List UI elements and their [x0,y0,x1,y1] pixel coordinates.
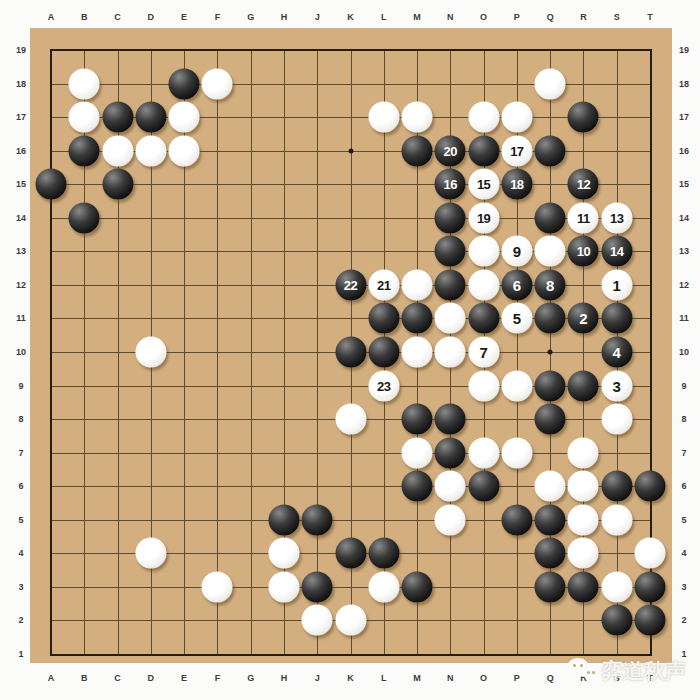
black-stone-N15: 16 [435,169,466,200]
star-point-Q10 [548,350,553,355]
coord-top-M: M [413,12,421,22]
coord-left-5: 5 [18,515,23,525]
move-number-22: 22 [344,278,357,291]
black-stone-E18 [169,68,200,99]
white-stone-K2 [335,605,366,636]
white-stone-L9: 23 [368,370,399,401]
white-stone-N11 [435,303,466,334]
coord-top-T: T [647,12,653,22]
coord-top-P: P [514,12,520,22]
coord-bottom-H: H [281,673,288,683]
wechat-logo-icon [566,654,600,688]
coord-bottom-M: M [413,673,421,683]
white-stone-O17 [468,102,499,133]
white-stone-D16 [135,135,166,166]
white-stone-O12 [468,269,499,300]
white-stone-L3 [368,571,399,602]
coord-top-N: N [447,12,454,22]
white-stone-O13 [468,236,499,267]
white-stone-S8 [601,404,632,435]
coord-bottom-J: J [315,673,320,683]
black-stone-R3 [568,571,599,602]
white-stone-S5 [601,504,632,535]
white-stone-R4 [568,538,599,569]
coord-right-4: 4 [681,548,686,558]
coord-bottom-A: A [48,673,55,683]
coord-right-7: 7 [681,448,686,458]
white-stone-P13: 9 [501,236,532,267]
white-stone-O7 [468,437,499,468]
coord-top-S: S [614,12,620,22]
black-stone-A15 [36,169,67,200]
black-stone-P5 [501,504,532,535]
coord-bottom-C: C [114,673,121,683]
white-stone-N5 [435,504,466,535]
white-stone-Q6 [535,471,566,502]
coord-bottom-N: N [447,673,454,683]
coord-top-J: J [315,12,320,22]
white-stone-J2 [302,605,333,636]
white-stone-Q18 [535,68,566,99]
coord-bottom-L: L [381,673,387,683]
white-stone-M12 [402,269,433,300]
black-stone-T6 [635,471,666,502]
black-stone-K10 [335,337,366,368]
black-stone-N12 [435,269,466,300]
move-number-23: 23 [377,379,390,392]
black-stone-L10 [368,337,399,368]
black-stone-R9 [568,370,599,401]
move-number-15: 15 [477,178,490,191]
coord-left-7: 7 [18,448,23,458]
coord-top-G: G [247,12,254,22]
coord-bottom-P: P [514,673,520,683]
move-number-7: 7 [479,345,487,360]
white-stone-S3 [601,571,632,602]
coord-left-6: 6 [18,481,23,491]
coord-right-16: 16 [679,146,689,156]
black-stone-H5 [268,504,299,535]
white-stone-N10 [435,337,466,368]
coord-left-4: 4 [18,548,23,558]
move-number-2: 2 [579,311,587,326]
coord-left-2: 2 [18,615,23,625]
white-stone-P7 [501,437,532,468]
coord-bottom-K: K [347,673,354,683]
coord-left-12: 12 [16,280,26,290]
black-stone-J3 [302,571,333,602]
coord-right-19: 19 [679,45,689,55]
coord-top-D: D [148,12,155,22]
white-stone-F18 [202,68,233,99]
watermark: 弈道秋声 [566,650,700,692]
white-stone-B18 [69,68,100,99]
coord-bottom-Q: Q [547,673,554,683]
black-stone-R15: 12 [568,169,599,200]
black-stone-M6 [402,471,433,502]
coord-left-19: 19 [16,45,26,55]
black-stone-Q9 [535,370,566,401]
coord-right-6: 6 [681,481,686,491]
coord-top-O: O [480,12,487,22]
white-stone-M7 [402,437,433,468]
move-number-11: 11 [577,211,590,224]
black-stone-N8 [435,404,466,435]
coord-right-17: 17 [679,112,689,122]
coord-right-11: 11 [679,313,689,323]
coord-left-3: 3 [18,582,23,592]
black-stone-J5 [302,504,333,535]
coord-right-10: 10 [679,347,689,357]
white-stone-Q13 [535,236,566,267]
coord-right-12: 12 [679,280,689,290]
coord-top-B: B [81,12,88,22]
black-stone-N16: 20 [435,135,466,166]
black-stone-Q3 [535,571,566,602]
coord-bottom-O: O [480,673,487,683]
white-stone-R6 [568,471,599,502]
coord-left-14: 14 [16,213,26,223]
coord-left-13: 13 [16,246,26,256]
coord-right-15: 15 [679,179,689,189]
coord-right-9: 9 [681,381,686,391]
coord-left-18: 18 [16,79,26,89]
coord-top-H: H [281,12,288,22]
coord-right-14: 14 [679,213,689,223]
black-stone-P15: 18 [501,169,532,200]
move-number-21: 21 [377,278,390,291]
coord-left-9: 9 [18,381,23,391]
white-stone-R7 [568,437,599,468]
move-number-16: 16 [444,178,457,191]
black-stone-O6 [468,471,499,502]
black-stone-L11 [368,303,399,334]
star-point-K16 [348,148,353,153]
black-stone-M11 [402,303,433,334]
coord-left-10: 10 [16,347,26,357]
white-stone-E17 [169,102,200,133]
black-stone-N13 [435,236,466,267]
black-stone-R13: 10 [568,236,599,267]
move-number-1: 1 [613,277,621,292]
black-stone-Q8 [535,404,566,435]
white-stone-L12: 21 [368,269,399,300]
coord-right-5: 5 [681,515,686,525]
black-stone-Q14 [535,202,566,233]
move-number-19: 19 [477,211,490,224]
coord-left-17: 17 [16,112,26,122]
white-stone-P17 [501,102,532,133]
black-stone-M16 [402,135,433,166]
black-stone-S2 [601,605,632,636]
white-stone-H3 [268,571,299,602]
white-stone-O10: 7 [468,337,499,368]
coord-right-3: 3 [681,582,686,592]
white-stone-M10 [402,337,433,368]
black-stone-Q5 [535,504,566,535]
move-number-14: 14 [610,245,623,258]
black-stone-T2 [635,605,666,636]
black-stone-S13: 14 [601,236,632,267]
move-number-20: 20 [444,144,457,157]
white-stone-K8 [335,404,366,435]
black-stone-Q11 [535,303,566,334]
black-stone-K4 [335,538,366,569]
white-stone-N6 [435,471,466,502]
black-stone-O11 [468,303,499,334]
move-number-6: 6 [513,277,521,292]
move-number-12: 12 [577,178,590,191]
coord-bottom-B: B [81,673,88,683]
watermark-text: 弈道秋声 [602,657,686,685]
move-number-8: 8 [546,277,554,292]
white-stone-F3 [202,571,233,602]
move-number-13: 13 [610,211,623,224]
coord-left-11: 11 [16,313,26,323]
white-stone-D4 [135,538,166,569]
black-stone-D17 [135,102,166,133]
coord-left-1: 1 [18,649,23,659]
black-stone-S10: 4 [601,337,632,368]
coord-left-8: 8 [18,414,23,424]
coord-top-E: E [181,12,187,22]
move-number-5: 5 [513,311,521,326]
black-stone-K12: 22 [335,269,366,300]
white-stone-P9 [501,370,532,401]
black-stone-R11: 2 [568,303,599,334]
black-stone-S11 [601,303,632,334]
move-number-10: 10 [577,245,590,258]
coord-top-Q: Q [547,12,554,22]
coord-bottom-D: D [148,673,155,683]
black-stone-C15 [102,169,133,200]
move-number-4: 4 [613,345,621,360]
coord-right-13: 13 [679,246,689,256]
white-stone-S12: 1 [601,269,632,300]
white-stone-C16 [102,135,133,166]
white-stone-D10 [135,337,166,368]
black-stone-B14 [69,202,100,233]
coord-right-8: 8 [681,414,686,424]
black-stone-Q4 [535,538,566,569]
move-number-17: 17 [510,144,523,157]
coord-right-18: 18 [679,79,689,89]
coord-bottom-E: E [181,673,187,683]
coord-top-R: R [580,12,587,22]
black-stone-C17 [102,102,133,133]
white-stone-O15: 15 [468,169,499,200]
white-stone-R14: 11 [568,202,599,233]
white-stone-S14: 13 [601,202,632,233]
coord-top-F: F [215,12,221,22]
coord-top-C: C [114,12,121,22]
go-board-diagram: AABBCCDDEEFFGGHHJJKKLLMMNNOOPPQQRRSSTT19… [0,0,700,700]
white-stone-M17 [402,102,433,133]
black-stone-N14 [435,202,466,233]
black-stone-N7 [435,437,466,468]
black-stone-O16 [468,135,499,166]
coord-bottom-F: F [215,673,221,683]
black-stone-L4 [368,538,399,569]
coord-bottom-G: G [247,673,254,683]
coord-top-L: L [381,12,387,22]
white-stone-P11: 5 [501,303,532,334]
black-stone-Q12: 8 [535,269,566,300]
white-stone-H4 [268,538,299,569]
black-stone-P12: 6 [501,269,532,300]
coord-top-K: K [347,12,354,22]
white-stone-O9 [468,370,499,401]
move-number-18: 18 [510,178,523,191]
move-number-3: 3 [613,378,621,393]
white-stone-T4 [635,538,666,569]
black-stone-R17 [568,102,599,133]
black-stone-S6 [601,471,632,502]
white-stone-B17 [69,102,100,133]
black-stone-M3 [402,571,433,602]
move-number-9: 9 [513,244,521,259]
coord-left-15: 15 [16,179,26,189]
black-stone-B16 [69,135,100,166]
coord-top-A: A [48,12,55,22]
white-stone-S9: 3 [601,370,632,401]
white-stone-E16 [169,135,200,166]
white-stone-L17 [368,102,399,133]
coord-right-2: 2 [681,615,686,625]
coord-left-16: 16 [16,146,26,156]
black-stone-T3 [635,571,666,602]
white-stone-R5 [568,504,599,535]
black-stone-M8 [402,404,433,435]
black-stone-Q16 [535,135,566,166]
white-stone-O14: 19 [468,202,499,233]
white-stone-P16: 17 [501,135,532,166]
